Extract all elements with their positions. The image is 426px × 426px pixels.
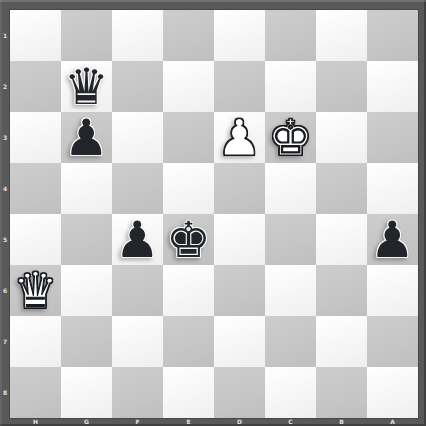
- board-square[interactable]: [265, 316, 316, 367]
- rank-label: 8: [0, 367, 10, 418]
- board-square[interactable]: [316, 163, 367, 214]
- board-square[interactable]: [367, 112, 418, 163]
- rank-label: 7: [0, 316, 10, 367]
- board-square[interactable]: [10, 316, 61, 367]
- rank-label: 6: [0, 265, 10, 316]
- rank-label: 4: [0, 163, 10, 214]
- board-square[interactable]: [10, 163, 61, 214]
- board-square[interactable]: ♛: [61, 61, 112, 112]
- file-label: D: [214, 417, 265, 426]
- board-square[interactable]: [367, 367, 418, 418]
- board-square[interactable]: [10, 112, 61, 163]
- board-square[interactable]: [112, 61, 163, 112]
- board-square[interactable]: [214, 316, 265, 367]
- board-square[interactable]: [316, 61, 367, 112]
- file-label: A: [367, 417, 418, 426]
- rank-label: 5: [0, 214, 10, 265]
- board-square[interactable]: [61, 367, 112, 418]
- board-square[interactable]: ♟: [214, 112, 265, 163]
- board-square[interactable]: [61, 265, 112, 316]
- white-king[interactable]: ♚: [265, 112, 316, 163]
- board-square[interactable]: [10, 214, 61, 265]
- rank-label: 2: [0, 61, 10, 112]
- board-square[interactable]: [10, 61, 61, 112]
- rank-label: 3: [0, 112, 10, 163]
- board-square[interactable]: [214, 61, 265, 112]
- board-square[interactable]: [112, 265, 163, 316]
- black-pawn[interactable]: ♟: [367, 214, 418, 265]
- board-square[interactable]: [163, 10, 214, 61]
- board-square[interactable]: [163, 112, 214, 163]
- board-square[interactable]: [112, 163, 163, 214]
- board-square[interactable]: ♟: [61, 112, 112, 163]
- board-square[interactable]: [316, 112, 367, 163]
- board-square[interactable]: [112, 316, 163, 367]
- board-square[interactable]: [61, 316, 112, 367]
- black-pawn[interactable]: ♟: [112, 214, 163, 265]
- black-queen[interactable]: ♛: [61, 61, 112, 112]
- board-square[interactable]: [265, 163, 316, 214]
- board-square[interactable]: [61, 214, 112, 265]
- board-square[interactable]: [163, 265, 214, 316]
- chess-board-frame: ♛♟♟♚♟♚♟♛ 12345678 HGFEDCBA: [0, 0, 426, 426]
- board-square[interactable]: [265, 265, 316, 316]
- board-square[interactable]: [61, 163, 112, 214]
- file-label: H: [10, 417, 61, 426]
- board-square[interactable]: [214, 163, 265, 214]
- board-square[interactable]: [265, 61, 316, 112]
- board-square[interactable]: [163, 367, 214, 418]
- board-square[interactable]: [367, 265, 418, 316]
- board-square[interactable]: [112, 367, 163, 418]
- board-square[interactable]: [316, 367, 367, 418]
- file-label: B: [316, 417, 367, 426]
- white-pawn[interactable]: ♟: [214, 112, 265, 163]
- board-square[interactable]: ♚: [265, 112, 316, 163]
- board-square[interactable]: [214, 10, 265, 61]
- white-queen[interactable]: ♛: [10, 265, 61, 316]
- file-label: C: [265, 417, 316, 426]
- board-square[interactable]: [214, 214, 265, 265]
- board-square[interactable]: ♚: [163, 214, 214, 265]
- board-square[interactable]: ♟: [367, 214, 418, 265]
- file-label: G: [61, 417, 112, 426]
- board-square[interactable]: [214, 367, 265, 418]
- board-square[interactable]: ♟: [112, 214, 163, 265]
- board-square[interactable]: [163, 61, 214, 112]
- board-square[interactable]: [316, 214, 367, 265]
- board-square[interactable]: [265, 367, 316, 418]
- chess-board: ♛♟♟♚♟♚♟♛: [10, 10, 418, 418]
- file-label: F: [112, 417, 163, 426]
- black-pawn[interactable]: ♟: [61, 112, 112, 163]
- board-square[interactable]: [10, 367, 61, 418]
- board-square[interactable]: [163, 316, 214, 367]
- rank-labels: 12345678: [0, 10, 10, 418]
- board-square[interactable]: [112, 112, 163, 163]
- board-square[interactable]: [367, 163, 418, 214]
- file-label: E: [163, 417, 214, 426]
- rank-label: 1: [0, 10, 10, 61]
- board-square[interactable]: [367, 10, 418, 61]
- board-square[interactable]: [214, 265, 265, 316]
- board-square[interactable]: [265, 214, 316, 265]
- board-square[interactable]: [61, 10, 112, 61]
- board-square[interactable]: [10, 10, 61, 61]
- board-square[interactable]: [316, 316, 367, 367]
- board-square[interactable]: [367, 61, 418, 112]
- black-king[interactable]: ♚: [163, 214, 214, 265]
- board-square[interactable]: [163, 163, 214, 214]
- board-square[interactable]: [112, 10, 163, 61]
- file-labels: HGFEDCBA: [10, 417, 418, 426]
- board-square[interactable]: [316, 265, 367, 316]
- board-square[interactable]: [316, 10, 367, 61]
- board-square[interactable]: [265, 10, 316, 61]
- board-square[interactable]: ♛: [10, 265, 61, 316]
- board-square[interactable]: [367, 316, 418, 367]
